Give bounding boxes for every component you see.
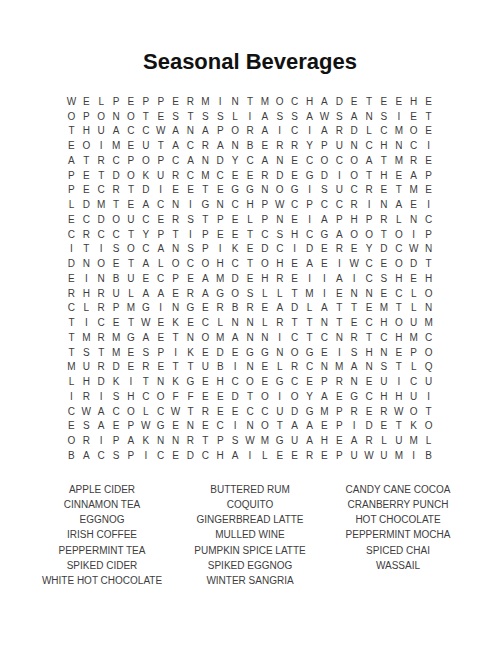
grid-cell: Q <box>421 360 436 375</box>
grid-cell: A <box>213 138 228 153</box>
grid-cell: I <box>228 419 243 434</box>
grid-cell: W <box>317 109 332 124</box>
grid-cell: R <box>347 404 362 419</box>
grid-cell: E <box>317 345 332 360</box>
grid-cell: G <box>317 227 332 242</box>
grid-cell: G <box>138 301 153 316</box>
grid-cell: A <box>94 404 109 419</box>
grid-cell: P <box>109 94 124 109</box>
grid-cell: I <box>138 448 153 463</box>
grid-cell: E <box>243 271 258 286</box>
grid-cell: W <box>153 124 168 139</box>
grid-cell: G <box>302 345 317 360</box>
grid-cell: I <box>94 389 109 404</box>
grid-cell: T <box>183 404 198 419</box>
grid-cell: C <box>421 212 436 227</box>
grid-cell: C <box>391 242 406 257</box>
grid-cell: R <box>272 271 287 286</box>
grid-cell: S <box>376 271 391 286</box>
grid-cell: A <box>347 109 362 124</box>
grid-cell: E <box>198 374 213 389</box>
grid-cell: T <box>94 168 109 183</box>
grid-cell: U <box>376 374 391 389</box>
grid-cell: N <box>213 197 228 212</box>
grid-cell: N <box>257 183 272 198</box>
grid-cell: A <box>257 109 272 124</box>
grid-cell: G <box>272 433 287 448</box>
grid-cell: A <box>109 124 124 139</box>
grid-cell: H <box>376 315 391 330</box>
grid-cell: T <box>391 183 406 198</box>
grid-cell: N <box>347 374 362 389</box>
grid-cell: C <box>64 404 79 419</box>
grid-cell: T <box>168 330 183 345</box>
grid-cell: I <box>302 183 317 198</box>
grid-cell: K <box>138 433 153 448</box>
grid-cell: A <box>138 256 153 271</box>
grid-cell: T <box>64 330 79 345</box>
grid-cell: D <box>347 124 362 139</box>
grid-cell: T <box>168 360 183 375</box>
grid-cell: E <box>198 345 213 360</box>
grid-cell: E <box>198 389 213 404</box>
grid-cell: E <box>168 419 183 434</box>
grid-cell: I <box>406 227 421 242</box>
grid-cell: O <box>79 138 94 153</box>
grid-cell: A <box>317 301 332 316</box>
grid-cell: S <box>213 109 228 124</box>
grid-cell: E <box>153 212 168 227</box>
word-list-item: WASSAIL <box>324 560 472 571</box>
grid-cell: O <box>109 212 124 227</box>
grid-cell: T <box>198 433 213 448</box>
grid-cell: R <box>183 433 198 448</box>
grid-cell: R <box>243 301 258 316</box>
grid-cell: O <box>362 227 377 242</box>
word-list-item: IRISH COFFEE <box>28 529 176 540</box>
grid-cell: K <box>168 374 183 389</box>
grid-cell: D <box>94 374 109 389</box>
grid-cell: C <box>421 330 436 345</box>
grid-cell: H <box>213 256 228 271</box>
grid-cell: P <box>317 138 332 153</box>
grid-cell: H <box>376 138 391 153</box>
grid-cell: S <box>183 212 198 227</box>
grid-cell: I <box>79 271 94 286</box>
grid-cell: R <box>79 433 94 448</box>
grid-cell: S <box>376 360 391 375</box>
grid-cell: C <box>287 94 302 109</box>
grid-cell: I <box>421 389 436 404</box>
grid-cell: G <box>302 404 317 419</box>
grid-cell: B <box>64 448 79 463</box>
grid-cell: I <box>64 242 79 257</box>
grid-cell: L <box>362 124 377 139</box>
grid-cell: L <box>272 286 287 301</box>
grid-cell: H <box>79 374 94 389</box>
grid-cell: I <box>272 389 287 404</box>
grid-cell: C <box>347 183 362 198</box>
grid-cell: E <box>183 271 198 286</box>
grid-cell: M <box>124 301 139 316</box>
grid-cell: M <box>79 330 94 345</box>
grid-cell: I <box>302 271 317 286</box>
grid-cell: O <box>228 286 243 301</box>
grid-cell: P <box>153 153 168 168</box>
grid-cell: R <box>332 124 347 139</box>
grid-cell: C <box>228 256 243 271</box>
grid-cell: C <box>362 271 377 286</box>
grid-cell: T <box>332 315 347 330</box>
grid-cell: C <box>138 124 153 139</box>
grid-cell: U <box>153 168 168 183</box>
grid-cell: N <box>362 109 377 124</box>
grid-cell: H <box>213 374 228 389</box>
grid-cell: T <box>421 256 436 271</box>
grid-cell: W <box>406 242 421 257</box>
grid-cell: P <box>109 301 124 316</box>
grid-cell: E <box>109 419 124 434</box>
grid-cell: R <box>183 286 198 301</box>
grid-cell: E <box>287 168 302 183</box>
grid-cell: U <box>198 360 213 375</box>
grid-cell: M <box>109 138 124 153</box>
grid-cell: C <box>138 389 153 404</box>
grid-cell: I <box>153 183 168 198</box>
grid-cell: C <box>94 227 109 242</box>
grid-cell: P <box>332 419 347 434</box>
grid-cell: E <box>406 109 421 124</box>
grid-cell: G <box>287 183 302 198</box>
word-list-item: SPIKED CIDER <box>28 560 176 571</box>
grid-cell: A <box>406 168 421 183</box>
grid-cell: G <box>183 374 198 389</box>
grid-cell: T <box>79 242 94 257</box>
grid-cell: Y <box>302 389 317 404</box>
grid-cell: C <box>153 271 168 286</box>
grid-cell: R <box>347 197 362 212</box>
grid-cell: A <box>302 109 317 124</box>
grid-cell: C <box>243 153 258 168</box>
grid-cell: A <box>257 153 272 168</box>
grid-cell: G <box>243 345 258 360</box>
grid-cell: I <box>332 345 347 360</box>
grid-cell: C <box>64 301 79 316</box>
grid-cell: R <box>362 183 377 198</box>
grid-cell: E <box>376 94 391 109</box>
word-list-item: APPLE CIDER <box>28 484 176 495</box>
grid-cell: I <box>243 448 258 463</box>
grid-cell: E <box>213 404 228 419</box>
grid-cell: E <box>124 94 139 109</box>
grid-cell: P <box>124 153 139 168</box>
grid-cell: A <box>183 153 198 168</box>
grid-cell: Y <box>362 242 377 257</box>
grid-cell: N <box>243 315 258 330</box>
grid-cell: D <box>257 242 272 257</box>
grid-cell: R <box>243 124 258 139</box>
grid-cell: W <box>391 404 406 419</box>
grid-cell: P <box>332 212 347 227</box>
grid-cell: N <box>228 94 243 109</box>
grid-cell: E <box>79 168 94 183</box>
grid-cell: G <box>272 374 287 389</box>
grid-cell: A <box>272 301 287 316</box>
grid-cell: T <box>64 124 79 139</box>
grid-cell: E <box>317 448 332 463</box>
grid-cell: M <box>64 360 79 375</box>
grid-cell: N <box>79 256 94 271</box>
grid-cell: M <box>406 330 421 345</box>
grid-cell: W <box>243 433 258 448</box>
grid-cell: M <box>109 330 124 345</box>
grid-cell: C <box>406 374 421 389</box>
grid-cell: N <box>109 109 124 124</box>
grid-cell: R <box>109 183 124 198</box>
grid-cell: O <box>287 389 302 404</box>
grid-cell: I <box>213 94 228 109</box>
grid-cell: O <box>272 183 287 198</box>
grid-cell: C <box>257 227 272 242</box>
grid-cell: N <box>183 124 198 139</box>
grid-cell: E <box>332 433 347 448</box>
grid-cell: N <box>347 138 362 153</box>
grid-cell: Y <box>228 153 243 168</box>
grid-cell: C <box>302 227 317 242</box>
grid-cell: N <box>421 242 436 257</box>
grid-cell: C <box>183 138 198 153</box>
grid-cell: R <box>168 212 183 227</box>
grid-cell: T <box>64 345 79 360</box>
grid-cell: O <box>287 345 302 360</box>
grid-cell: R <box>79 389 94 404</box>
grid-cell: M <box>198 94 213 109</box>
grid-cell: T <box>347 301 362 316</box>
grid-cell: C <box>362 256 377 271</box>
grid-cell: E <box>228 404 243 419</box>
grid-cell: O <box>124 242 139 257</box>
grid-cell: E <box>228 212 243 227</box>
grid-cell: H <box>376 389 391 404</box>
grid-cell: D <box>272 168 287 183</box>
grid-cell: E <box>421 124 436 139</box>
grid-cell: A <box>198 271 213 286</box>
grid-cell: E <box>213 183 228 198</box>
grid-cell: R <box>347 330 362 345</box>
grid-cell: E <box>198 301 213 316</box>
grid-cell: E <box>391 94 406 109</box>
grid-cell: K <box>168 315 183 330</box>
grid-cell: C <box>198 315 213 330</box>
word-list-item: SPIKED EGGNOG <box>176 560 324 571</box>
grid-cell: P <box>406 345 421 360</box>
grid-cell: O <box>228 124 243 139</box>
grid-cell: S <box>138 345 153 360</box>
grid-cell: I <box>362 197 377 212</box>
grid-cell: W <box>347 256 362 271</box>
word-list-item: WHITE HOT CHOCOLATE <box>28 575 176 586</box>
grid-cell: I <box>124 374 139 389</box>
grid-cell: L <box>213 315 228 330</box>
grid-cell: A <box>391 197 406 212</box>
grid-cell: O <box>257 419 272 434</box>
grid-cell: H <box>287 227 302 242</box>
grid-cell: E <box>64 419 79 434</box>
grid-cell: I <box>287 242 302 257</box>
grid-cell: I <box>94 138 109 153</box>
grid-cell: T <box>376 227 391 242</box>
grid-cell: E <box>183 183 198 198</box>
grid-cell: N <box>272 212 287 227</box>
grid-cell: G <box>213 286 228 301</box>
grid-cell: T <box>109 197 124 212</box>
grid-cell: O <box>347 153 362 168</box>
grid-cell: A <box>153 242 168 257</box>
grid-cell: A <box>317 389 332 404</box>
grid-cell: T <box>391 301 406 316</box>
grid-cell: U <box>124 271 139 286</box>
grid-cell: C <box>287 374 302 389</box>
grid-cell: I <box>317 271 332 286</box>
grid-cell: A <box>302 256 317 271</box>
word-list-item: CANDY CANE COCOA <box>324 484 472 495</box>
grid-cell: O <box>64 433 79 448</box>
grid-cell: T <box>243 227 258 242</box>
grid-cell: C <box>94 315 109 330</box>
grid-cell: O <box>421 419 436 434</box>
grid-cell: A <box>317 94 332 109</box>
grid-cell: E <box>124 360 139 375</box>
grid-cell: E <box>228 345 243 360</box>
grid-cell: P <box>332 404 347 419</box>
grid-cell: D <box>183 448 198 463</box>
grid-cell: A <box>347 360 362 375</box>
grid-cell: S <box>183 242 198 257</box>
grid-cell: C <box>302 360 317 375</box>
grid-cell: G <box>257 345 272 360</box>
word-list-item: PEPPERMINT MOCHA <box>324 529 472 540</box>
grid-cell: A <box>124 433 139 448</box>
grid-cell: C <box>317 330 332 345</box>
word-list-item: HOT CHOCOLATE <box>324 514 472 525</box>
grid-cell: S <box>332 109 347 124</box>
grid-cell: L <box>302 301 317 316</box>
grid-cell: U <box>272 404 287 419</box>
grid-cell: H <box>317 433 332 448</box>
grid-cell: O <box>391 315 406 330</box>
grid-cell: R <box>198 404 213 419</box>
grid-cell: C <box>138 242 153 257</box>
grid-cell: C <box>183 168 198 183</box>
grid-cell: I <box>94 433 109 448</box>
grid-cell: A <box>138 330 153 345</box>
grid-cell: A <box>168 138 183 153</box>
grid-cell: T <box>79 153 94 168</box>
grid-cell: M <box>391 124 406 139</box>
grid-cell: E <box>421 153 436 168</box>
grid-cell: U <box>124 212 139 227</box>
grid-cell: I <box>391 109 406 124</box>
grid-cell: O <box>138 153 153 168</box>
grid-cell: R <box>332 242 347 257</box>
grid-cell: O <box>317 153 332 168</box>
grid-cell: H <box>79 286 94 301</box>
word-list-item: BUTTERED RUM <box>176 484 324 495</box>
grid-cell: C <box>228 197 243 212</box>
grid-cell: P <box>168 271 183 286</box>
grid-cell: O <box>94 256 109 271</box>
grid-cell: D <box>213 153 228 168</box>
grid-cell: O <box>421 345 436 360</box>
grid-cell: M <box>213 271 228 286</box>
letter-grid: WELPEPPERMINTMOCHADETEEHEOPONOTESTSSLIAS… <box>64 94 436 463</box>
grid-cell: L <box>257 286 272 301</box>
grid-cell: S <box>243 286 258 301</box>
grid-cell: E <box>347 94 362 109</box>
grid-cell: E <box>257 138 272 153</box>
grid-cell: E <box>362 374 377 389</box>
grid-cell: A <box>198 124 213 139</box>
grid-cell: I <box>347 271 362 286</box>
grid-cell: T <box>287 286 302 301</box>
grid-cell: W <box>79 404 94 419</box>
word-list-item: CRANBERRY PUNCH <box>324 499 472 510</box>
grid-cell: R <box>94 301 109 316</box>
grid-cell: C <box>287 124 302 139</box>
grid-cell: B <box>243 138 258 153</box>
grid-cell: N <box>228 138 243 153</box>
grid-cell: O <box>347 227 362 242</box>
grid-cell: A <box>287 419 302 434</box>
grid-cell: A <box>347 433 362 448</box>
grid-cell: U <box>79 360 94 375</box>
grid-cell: P <box>124 419 139 434</box>
grid-cell: E <box>302 374 317 389</box>
grid-cell: U <box>406 315 421 330</box>
grid-cell: I <box>183 227 198 242</box>
grid-cell: R <box>198 138 213 153</box>
grid-cell: A <box>64 153 79 168</box>
grid-cell: N <box>243 419 258 434</box>
grid-cell: C <box>406 138 421 153</box>
grid-cell: H <box>79 124 94 139</box>
grid-cell: O <box>168 256 183 271</box>
grid-cell: N <box>376 197 391 212</box>
grid-cell: D <box>228 271 243 286</box>
grid-cell: P <box>362 212 377 227</box>
grid-cell: C <box>243 404 258 419</box>
grid-cell: T <box>124 227 139 242</box>
grid-cell: D <box>109 360 124 375</box>
grid-cell: N <box>183 419 198 434</box>
grid-cell: C <box>391 286 406 301</box>
grid-cell: C <box>183 256 198 271</box>
grid-cell: A <box>94 419 109 434</box>
grid-cell: M <box>391 448 406 463</box>
grid-cell: T <box>362 168 377 183</box>
grid-cell: T <box>421 404 436 419</box>
grid-cell: D <box>109 168 124 183</box>
grid-cell: A <box>362 153 377 168</box>
grid-cell: O <box>94 109 109 124</box>
grid-cell: S <box>287 109 302 124</box>
grid-cell: I <box>332 168 347 183</box>
grid-cell: N <box>257 330 272 345</box>
grid-cell: N <box>272 345 287 360</box>
word-list-item: PUMPKIN SPICE LATTE <box>176 545 324 556</box>
grid-cell: R <box>287 138 302 153</box>
grid-cell: C <box>228 374 243 389</box>
